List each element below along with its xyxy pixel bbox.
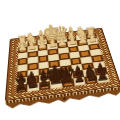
clasp-latch (62, 97, 66, 100)
piece-white-pawn-f2[interactable]: ♟ (37, 39, 48, 51)
perspective-scene: ♜♞♝♚♛♝♞♜♟♟♟♟♟♟♟♟♟♟♟♟♟♟♟♟♜♞♝♚♛♝♞♜ (1, 2, 117, 118)
piece-white-pawn-a2[interactable]: ♟ (87, 32, 98, 44)
square-a8[interactable]: ♜ (96, 74, 110, 83)
board-tilt-wrapper: ♜♞♝♚♛♝♞♜♟♟♟♟♟♟♟♟♟♟♟♟♟♟♟♟♜♞♝♚♛♝♞♜ (0, 0, 120, 120)
piece-white-pawn-c2[interactable]: ♟ (67, 35, 78, 47)
piece-black-rook-a8[interactable]: ♜ (95, 65, 111, 82)
square-h4[interactable] (17, 58, 28, 65)
chess-board: ♜♞♝♚♛♝♞♜♟♟♟♟♟♟♟♟♟♟♟♟♟♟♟♟♜♞♝♚♛♝♞♜ (5, 28, 120, 101)
chess-set-photo: ♜♞♝♚♛♝♞♜♟♟♟♟♟♟♟♟♟♟♟♟♟♟♟♟♜♞♝♚♛♝♞♜ (0, 0, 120, 120)
